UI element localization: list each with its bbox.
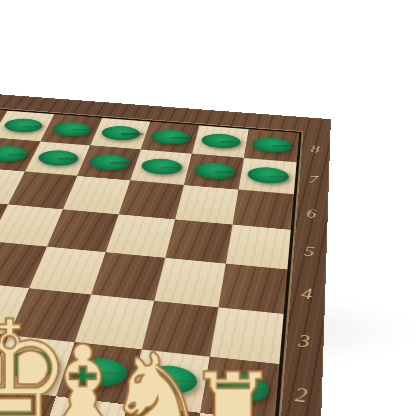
product-photo-scene: ♜♞♝♛♚♝♞♜♟♟♟♟♟♟♟♟♟♟♟♟♟♟♟♟♜♞♝♛♚♝♞♜ abcdefg…: [0, 0, 416, 416]
square-f4: [91, 252, 165, 301]
rank-label-5: 5: [304, 243, 315, 259]
rank-label-3: 3: [298, 331, 310, 352]
square-h4: [218, 264, 287, 314]
black-pawn: ♟: [0, 105, 33, 162]
square-f5: [106, 214, 176, 257]
board-frame: ♜♞♝♛♚♝♞♜♟♟♟♟♟♟♟♟♟♟♟♟♟♟♟♟♜♞♝♛♚♝♞♜ abcdefg…: [0, 87, 331, 416]
black-pawn: ♟: [242, 125, 295, 184]
square-h7: ♟: [239, 158, 297, 194]
black-pawn: ♟: [84, 112, 136, 170]
square-e5: [47, 209, 119, 252]
square-d7: ♟: [25, 141, 90, 175]
rank-label-8: 8: [310, 143, 319, 155]
black-pawn: ♟: [188, 120, 241, 179]
square-g6: [175, 185, 238, 225]
black-pawn: ♟: [32, 109, 84, 167]
square-f7: ♟: [130, 150, 192, 185]
playing-field: ♜♞♝♛♚♝♞♜♟♟♟♟♟♟♟♟♟♟♟♟♟♟♟♟♜♞♝♛♚♝♞♜: [0, 102, 302, 416]
square-h6: [233, 190, 294, 230]
white-rook: ♜: [187, 360, 279, 416]
square-f6: [119, 180, 184, 219]
rank-label-4: 4: [301, 285, 313, 303]
square-h5: [226, 225, 291, 270]
square-g4: [154, 258, 226, 308]
rank-label-6: 6: [306, 206, 316, 221]
rank-label-7: 7: [308, 173, 318, 186]
chess-board: ♜♞♝♛♚♝♞♜♟♟♟♟♟♟♟♟♟♟♟♟♟♟♟♟♜♞♝♛♚♝♞♜ abcdefg…: [0, 87, 331, 416]
rank-label-2: 2: [294, 383, 307, 406]
square-g7: ♟: [184, 154, 244, 190]
black-pawn: ♟: [136, 116, 188, 175]
square-g5: [165, 219, 232, 263]
